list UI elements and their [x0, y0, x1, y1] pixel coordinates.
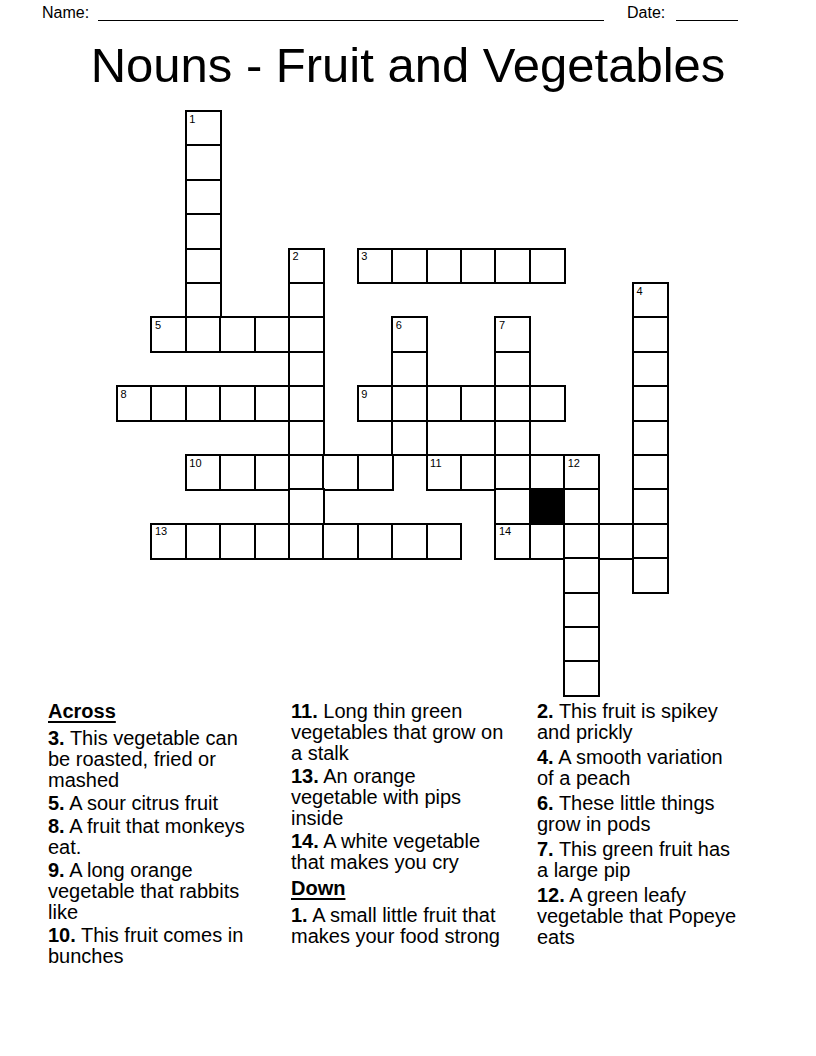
grid-cell[interactable]: [185, 179, 222, 216]
grid-cell[interactable]: [563, 592, 600, 629]
name-input-line[interactable]: [98, 2, 604, 21]
cell-number: 10: [189, 458, 201, 469]
grid-cell[interactable]: [632, 351, 669, 388]
grid-cell[interactable]: [563, 523, 600, 560]
grid-cell[interactable]: [632, 454, 669, 491]
cell-number: 11: [430, 458, 441, 469]
grid-cell[interactable]: [632, 385, 669, 422]
clue-d2: 2. This fruit is spikey and prickly: [537, 701, 742, 743]
grid-cell[interactable]: [185, 213, 222, 250]
clue-a11: 11. Long thin green vegetables that grow…: [291, 701, 506, 764]
clue-a13: 13. An orange vegetable with pips inside: [291, 766, 506, 829]
grid-cell[interactable]: 11: [426, 454, 463, 491]
clue-number: 12.: [537, 884, 565, 906]
grid-cell[interactable]: [494, 454, 531, 491]
grid-cell[interactable]: [494, 488, 531, 525]
cell-number: 4: [637, 286, 643, 297]
cell-number: 14: [499, 526, 511, 537]
grid-cell[interactable]: 2: [288, 248, 325, 285]
grid-cell[interactable]: [150, 385, 187, 422]
grid-cell[interactable]: [288, 488, 325, 525]
clue-d4: 4. A smooth variation of a peach: [537, 747, 742, 789]
clue-a5: 5. A sour citrus fruit: [48, 793, 255, 814]
clue-a14: 14. A white vegetable that makes you cry: [291, 831, 506, 873]
grid-cell[interactable]: [288, 385, 325, 422]
clue-column-2: 11. Long thin green vegetables that grow…: [291, 701, 506, 949]
grid-cell[interactable]: [322, 523, 359, 560]
crossword-grid: 1234567891011121314: [116, 110, 669, 698]
grid-cell[interactable]: 5: [150, 316, 187, 353]
grid-cell[interactable]: 13: [150, 523, 187, 560]
date-label: Date:: [627, 3, 665, 22]
grid-cell[interactable]: [460, 385, 497, 422]
grid-cell[interactable]: [426, 523, 463, 560]
cell-number: 6: [396, 320, 402, 331]
grid-cell[interactable]: [391, 420, 428, 457]
clue-number: 1.: [291, 904, 308, 926]
clue-number: 6.: [537, 792, 554, 814]
clue-number: 7.: [537, 838, 554, 860]
clue-number: 13.: [291, 765, 319, 787]
grid-cell[interactable]: [460, 454, 497, 491]
clue-a10: 10. This fruit comes in bunches: [48, 925, 255, 967]
grid-cell[interactable]: [357, 454, 394, 491]
clue-d6: 6. These little things grow in pods: [537, 793, 742, 835]
grid-cell[interactable]: [598, 523, 635, 560]
grid-cell[interactable]: [563, 557, 600, 594]
grid-cell[interactable]: [632, 316, 669, 353]
cell-number: 7: [499, 320, 505, 331]
grid-cell[interactable]: [494, 420, 531, 457]
grid-cell[interactable]: [563, 626, 600, 663]
grid-cell[interactable]: 10: [185, 454, 222, 491]
grid-cell[interactable]: 8: [116, 385, 153, 422]
cell-number: 5: [155, 320, 161, 331]
grid-cell[interactable]: 6: [391, 316, 428, 353]
grid-cell[interactable]: [219, 316, 256, 353]
grid-cell[interactable]: [632, 557, 669, 594]
grid-cell[interactable]: [426, 248, 463, 285]
grid-cell[interactable]: [288, 351, 325, 388]
clue-number: 4.: [537, 746, 554, 768]
grid-cell[interactable]: 3: [357, 248, 394, 285]
grid-cell[interactable]: [632, 523, 669, 560]
grid-cell[interactable]: [494, 385, 531, 422]
grid-cell[interactable]: [288, 316, 325, 353]
cell-number: 8: [121, 389, 127, 400]
clue-a8: 8. A fruit that monkeys eat.: [48, 816, 255, 858]
grid-cell[interactable]: [219, 523, 256, 560]
down-heading: Down: [291, 878, 506, 899]
grid-cell[interactable]: [494, 351, 531, 388]
cell-number: 13: [155, 526, 167, 537]
grid-cell[interactable]: [254, 454, 291, 491]
cell-number: 1: [189, 114, 195, 125]
cell-number: 2: [293, 251, 299, 262]
grid-cell[interactable]: [288, 420, 325, 457]
grid-cell[interactable]: [219, 385, 256, 422]
grid-cell[interactable]: [254, 316, 291, 353]
clue-number: 3.: [48, 727, 65, 749]
cell-number: 9: [361, 389, 367, 400]
grid-cell[interactable]: [391, 385, 428, 422]
clue-d1: 1. A small little fruit that makes your …: [291, 905, 506, 947]
clue-column-3: 2. This fruit is spikey and prickly4. A …: [537, 701, 742, 952]
grid-cell[interactable]: [391, 523, 428, 560]
grid-cell[interactable]: [529, 523, 566, 560]
grid-cell[interactable]: 9: [357, 385, 394, 422]
grid-cell[interactable]: [185, 282, 222, 319]
grid-cell[interactable]: [563, 660, 600, 697]
name-label: Name:: [42, 3, 89, 22]
clue-number: 10.: [48, 924, 76, 946]
grid-cell[interactable]: [288, 454, 325, 491]
grid-cell[interactable]: 12: [563, 454, 600, 491]
clue-a9: 9. A long orange vegetable that rabbits …: [48, 860, 255, 923]
grid-cell[interactable]: [391, 351, 428, 388]
grid-cell[interactable]: [632, 420, 669, 457]
clue-d7: 7. This green fruit has a large pip: [537, 839, 742, 881]
grid-cell[interactable]: [426, 385, 463, 422]
grid-cell[interactable]: [460, 248, 497, 285]
clue-number: 5.: [48, 792, 65, 814]
cell-number: 3: [361, 251, 367, 262]
grid-cell[interactable]: [288, 282, 325, 319]
across-heading: Across: [48, 701, 255, 722]
grid-cell[interactable]: [529, 248, 566, 285]
date-input-line[interactable]: [676, 2, 738, 21]
clue-number: 9.: [48, 859, 65, 881]
clue-d12: 12. A green leafy vegetable that Popeye …: [537, 885, 742, 948]
clue-number: 11.: [291, 700, 318, 722]
grid-cell[interactable]: [185, 248, 222, 285]
clue-number: 14.: [291, 830, 319, 852]
page-title: Nouns - Fruit and Vegetables: [0, 36, 816, 94]
grid-cell[interactable]: [185, 385, 222, 422]
grid-cell[interactable]: 1: [185, 110, 222, 147]
grid-cell[interactable]: [322, 454, 359, 491]
grid-cell[interactable]: 4: [632, 282, 669, 319]
grid-cell[interactable]: [357, 523, 394, 560]
grid-cell[interactable]: 7: [494, 316, 531, 353]
cell-number: 12: [568, 458, 580, 469]
grid-cell[interactable]: [254, 523, 291, 560]
grid-cell[interactable]: [254, 385, 291, 422]
grid-cell[interactable]: [185, 316, 222, 353]
grid-cell[interactable]: [563, 488, 600, 525]
black-cell: [529, 488, 566, 525]
grid-cell[interactable]: 14: [494, 523, 531, 560]
grid-cell[interactable]: [529, 454, 566, 491]
clue-a3: 3. This vegetable can be roasted, fried …: [48, 728, 255, 791]
grid-cell[interactable]: [288, 523, 325, 560]
grid-cell[interactable]: [494, 248, 531, 285]
grid-cell[interactable]: [632, 488, 669, 525]
clue-number: 2.: [537, 700, 554, 722]
grid-cell[interactable]: [185, 144, 222, 181]
clue-number: 8.: [48, 815, 65, 837]
grid-cell[interactable]: [219, 454, 256, 491]
grid-cell[interactable]: [391, 248, 428, 285]
grid-cell[interactable]: [529, 385, 566, 422]
grid-cell[interactable]: [185, 523, 222, 560]
clue-column-1: Across3. This vegetable can be roasted, …: [48, 701, 255, 969]
